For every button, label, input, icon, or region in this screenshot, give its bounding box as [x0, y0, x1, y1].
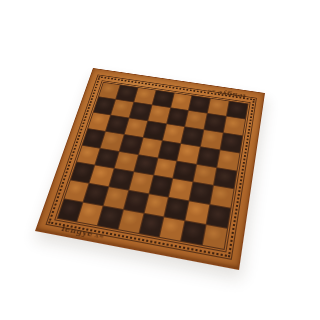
board-square-g7	[204, 114, 225, 132]
board-square-f7	[185, 111, 206, 129]
board-square-g8	[208, 98, 229, 116]
board-square-g2	[186, 201, 209, 223]
board-square-h8	[227, 101, 248, 119]
chess-grid	[56, 81, 248, 249]
board-square-h4	[214, 168, 236, 189]
board-square-g1	[181, 221, 205, 244]
board-square-g4	[194, 164, 216, 185]
board-square-h1	[203, 225, 227, 248]
board-square-h6	[220, 133, 241, 152]
board-square-f8	[189, 96, 210, 113]
board-square-f2	[165, 198, 189, 220]
brand-mark: ʌ≈	[206, 88, 216, 94]
board-square-e8	[171, 93, 192, 110]
board-square-h2	[207, 205, 230, 227]
board-square-g6	[201, 130, 223, 149]
board-square-h3	[210, 186, 233, 208]
product-photo-canvas: lengyeʌ≈ lengyeʌ≈	[0, 0, 320, 320]
board-square-e7	[167, 108, 188, 126]
board-square-h7	[224, 117, 245, 135]
board-square-f6	[182, 127, 204, 146]
board-square-f5	[178, 144, 200, 164]
brand-mark: ʌ≈	[94, 231, 106, 240]
board-square-g5	[197, 147, 219, 167]
chess-board: lengyeʌ≈ lengyeʌ≈	[35, 68, 265, 270]
board-square-f3	[169, 179, 192, 200]
board-square-h5	[217, 150, 239, 170]
board-square-f1	[160, 217, 184, 240]
board-square-g3	[190, 183, 213, 204]
board-square-f4	[174, 161, 197, 181]
brand-text: lengye	[60, 223, 94, 239]
